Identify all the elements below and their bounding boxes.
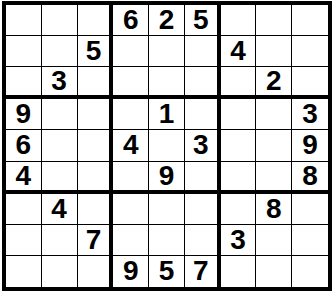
cell-r4c1[interactable]: 9 bbox=[6, 99, 42, 130]
cell-r8c4[interactable] bbox=[113, 225, 149, 256]
cell-r9c6[interactable]: 7 bbox=[185, 256, 221, 287]
cell-r5c6[interactable]: 3 bbox=[185, 130, 221, 161]
cell-r5c1[interactable]: 6 bbox=[6, 130, 42, 161]
cell-r4c7[interactable] bbox=[221, 99, 257, 130]
cell-r8c3[interactable]: 7 bbox=[78, 225, 114, 256]
cell-r1c9[interactable] bbox=[292, 5, 328, 36]
cell-r3c4[interactable] bbox=[113, 67, 149, 99]
cell-r8c2[interactable] bbox=[42, 225, 78, 256]
cell-r1c3[interactable] bbox=[78, 5, 114, 36]
cell-r7c1[interactable] bbox=[6, 194, 42, 225]
cell-r8c5[interactable] bbox=[149, 225, 185, 256]
cell-r4c3[interactable] bbox=[78, 99, 114, 130]
cell-r7c9[interactable] bbox=[292, 194, 328, 225]
cell-r8c8[interactable] bbox=[256, 225, 292, 256]
cell-r2c3[interactable]: 5 bbox=[78, 36, 114, 67]
cell-r6c7[interactable] bbox=[221, 162, 257, 194]
cell-r2c2[interactable] bbox=[42, 36, 78, 67]
cell-r7c6[interactable] bbox=[185, 194, 221, 225]
cell-r6c4[interactable] bbox=[113, 162, 149, 194]
cell-r3c7[interactable] bbox=[221, 67, 257, 99]
cell-r9c1[interactable] bbox=[6, 256, 42, 287]
cell-r6c1[interactable]: 4 bbox=[6, 162, 42, 194]
cell-r6c3[interactable] bbox=[78, 162, 114, 194]
cell-r6c6[interactable] bbox=[185, 162, 221, 194]
cell-r4c8[interactable] bbox=[256, 99, 292, 130]
cell-r5c5[interactable] bbox=[149, 130, 185, 161]
cell-r5c4[interactable]: 4 bbox=[113, 130, 149, 161]
cell-r8c6[interactable] bbox=[185, 225, 221, 256]
cell-r4c6[interactable] bbox=[185, 99, 221, 130]
cell-r3c2[interactable]: 3 bbox=[42, 67, 78, 99]
cell-r7c4[interactable] bbox=[113, 194, 149, 225]
cell-r4c2[interactable] bbox=[42, 99, 78, 130]
cell-r4c5[interactable]: 1 bbox=[149, 99, 185, 130]
cell-r6c9[interactable]: 8 bbox=[292, 162, 328, 194]
cell-r8c7[interactable]: 3 bbox=[221, 225, 257, 256]
cell-r1c1[interactable] bbox=[6, 5, 42, 36]
cell-r2c4[interactable] bbox=[113, 36, 149, 67]
cell-r3c9[interactable] bbox=[292, 67, 328, 99]
cell-r8c1[interactable] bbox=[6, 225, 42, 256]
cell-r1c7[interactable] bbox=[221, 5, 257, 36]
cell-r9c2[interactable] bbox=[42, 256, 78, 287]
cell-r6c5[interactable]: 9 bbox=[149, 162, 185, 194]
cell-r9c3[interactable] bbox=[78, 256, 114, 287]
sudoku-board: 625543291364394984873957 bbox=[2, 1, 332, 291]
cell-r3c8[interactable]: 2 bbox=[256, 67, 292, 99]
cell-r5c3[interactable] bbox=[78, 130, 114, 161]
cell-r3c3[interactable] bbox=[78, 67, 114, 99]
cell-r5c7[interactable] bbox=[221, 130, 257, 161]
cell-r1c4[interactable]: 6 bbox=[113, 5, 149, 36]
cell-r5c2[interactable] bbox=[42, 130, 78, 161]
cell-r9c7[interactable] bbox=[221, 256, 257, 287]
cell-r3c1[interactable] bbox=[6, 67, 42, 99]
cell-r7c5[interactable] bbox=[149, 194, 185, 225]
cell-r2c7[interactable]: 4 bbox=[221, 36, 257, 67]
cell-r9c4[interactable]: 9 bbox=[113, 256, 149, 287]
cell-r4c9[interactable]: 3 bbox=[292, 99, 328, 130]
cell-r1c2[interactable] bbox=[42, 5, 78, 36]
cell-r5c9[interactable]: 9 bbox=[292, 130, 328, 161]
cell-r4c4[interactable] bbox=[113, 99, 149, 130]
cell-r2c5[interactable] bbox=[149, 36, 185, 67]
cell-r2c6[interactable] bbox=[185, 36, 221, 67]
cell-r6c8[interactable] bbox=[256, 162, 292, 194]
cell-r8c9[interactable] bbox=[292, 225, 328, 256]
cell-r9c8[interactable] bbox=[256, 256, 292, 287]
cell-r5c8[interactable] bbox=[256, 130, 292, 161]
cell-r3c6[interactable] bbox=[185, 67, 221, 99]
cell-r1c8[interactable] bbox=[256, 5, 292, 36]
cell-r9c9[interactable] bbox=[292, 256, 328, 287]
cell-r3c5[interactable] bbox=[149, 67, 185, 99]
cell-r1c6[interactable]: 5 bbox=[185, 5, 221, 36]
cell-r2c9[interactable] bbox=[292, 36, 328, 67]
cell-r1c5[interactable]: 2 bbox=[149, 5, 185, 36]
cell-r2c8[interactable] bbox=[256, 36, 292, 67]
cell-r9c5[interactable]: 5 bbox=[149, 256, 185, 287]
cell-r2c1[interactable] bbox=[6, 36, 42, 67]
cell-r6c2[interactable] bbox=[42, 162, 78, 194]
cell-r7c2[interactable]: 4 bbox=[42, 194, 78, 225]
cell-r7c3[interactable] bbox=[78, 194, 114, 225]
cell-r7c8[interactable]: 8 bbox=[256, 194, 292, 225]
cell-r7c7[interactable] bbox=[221, 194, 257, 225]
